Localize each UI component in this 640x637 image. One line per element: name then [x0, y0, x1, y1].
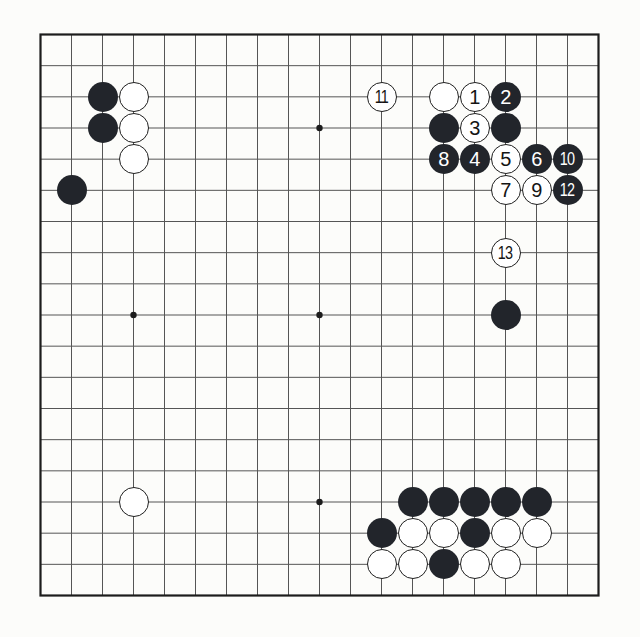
board-intersection: 7 — [490, 175, 521, 206]
board-intersection: 9 — [521, 175, 552, 206]
black-stone — [491, 487, 521, 517]
board-intersection — [56, 175, 87, 206]
move-number-label: 1 — [469, 86, 480, 106]
black-stone — [429, 487, 459, 517]
board-intersection: 3 — [459, 112, 490, 143]
move-number-label: 2 — [500, 86, 511, 106]
board-intersection — [428, 486, 459, 517]
black-stone — [460, 518, 490, 548]
white-stone — [491, 549, 521, 579]
white-stone — [398, 549, 428, 579]
white-stone-move-7: 7 — [491, 175, 521, 205]
white-stone — [398, 518, 428, 548]
black-stone — [398, 487, 428, 517]
black-stone — [367, 518, 397, 548]
black-stone — [429, 113, 459, 143]
white-stone-move-11: 11 — [367, 82, 397, 112]
board-intersection — [490, 518, 521, 549]
board-intersection — [521, 518, 552, 549]
white-stone-move-3: 3 — [460, 113, 490, 143]
black-stone — [491, 300, 521, 330]
move-number-label: 7 — [500, 180, 511, 200]
go-diagram-page: 11123845610791213 — [0, 0, 640, 637]
white-stone — [119, 82, 149, 112]
board-intersection — [428, 81, 459, 112]
white-stone — [119, 487, 149, 517]
board-intersection — [118, 81, 149, 112]
white-stone — [522, 518, 552, 548]
white-stone — [460, 549, 490, 579]
go-board: 11123845610791213 — [25, 19, 614, 611]
board-intersection — [490, 549, 521, 580]
board-intersection — [428, 112, 459, 143]
white-stone — [119, 144, 149, 174]
black-stone-move-6: 6 — [522, 144, 552, 174]
board-intersection: 12 — [552, 175, 583, 206]
move-number-label: 5 — [500, 149, 511, 169]
board-intersection — [397, 486, 428, 517]
black-stone-move-4: 4 — [460, 144, 490, 174]
board-intersection — [118, 112, 149, 143]
board-intersection — [87, 81, 118, 112]
board-intersection: 10 — [552, 144, 583, 175]
black-stone — [522, 487, 552, 517]
move-number-label: 9 — [531, 180, 542, 200]
black-stone — [88, 82, 118, 112]
move-number-label: 3 — [469, 118, 480, 138]
move-number-label: 12 — [560, 181, 574, 199]
white-stone — [429, 518, 459, 548]
move-number-label: 11 — [375, 87, 388, 105]
board-intersection: 13 — [490, 237, 521, 268]
board-intersection — [490, 486, 521, 517]
black-stone — [491, 113, 521, 143]
move-number-label: 4 — [469, 149, 480, 169]
board-intersection — [366, 549, 397, 580]
board-intersection: 1 — [459, 81, 490, 112]
black-stone — [57, 175, 87, 205]
move-number-label: 10 — [560, 150, 574, 168]
black-stone — [460, 487, 490, 517]
board-intersection — [428, 549, 459, 580]
white-stone-move-9: 9 — [522, 175, 552, 205]
board-intersection — [118, 486, 149, 517]
white-stone — [491, 518, 521, 548]
board-intersection: 8 — [428, 144, 459, 175]
board-intersection — [459, 518, 490, 549]
board-intersection — [397, 518, 428, 549]
white-stone-move-5: 5 — [491, 144, 521, 174]
white-stone-move-1: 1 — [460, 82, 490, 112]
white-stone — [367, 549, 397, 579]
move-number-label: 6 — [531, 149, 542, 169]
black-stone — [88, 113, 118, 143]
white-stone — [429, 82, 459, 112]
board-intersection — [490, 299, 521, 330]
board-intersection — [397, 549, 428, 580]
board-intersection — [428, 518, 459, 549]
move-number-label: 8 — [438, 149, 449, 169]
black-stone-move-2: 2 — [491, 82, 521, 112]
black-stone-move-8: 8 — [429, 144, 459, 174]
white-stone-move-13: 13 — [491, 238, 521, 268]
board-intersection — [118, 144, 149, 175]
board-intersection: 2 — [490, 81, 521, 112]
board-intersection: 6 — [521, 144, 552, 175]
board-intersection — [87, 112, 118, 143]
white-stone — [119, 113, 149, 143]
black-stone-move-12: 12 — [553, 175, 583, 205]
board-intersection: 4 — [459, 144, 490, 175]
black-stone — [429, 549, 459, 579]
board-intersection — [521, 486, 552, 517]
board-intersection — [366, 518, 397, 549]
board-intersection — [490, 112, 521, 143]
black-stone-move-10: 10 — [553, 144, 583, 174]
move-number-label: 13 — [498, 243, 512, 261]
board-intersection — [459, 549, 490, 580]
board-intersection: 5 — [490, 144, 521, 175]
board-intersection: 11 — [366, 81, 397, 112]
board-intersection — [459, 486, 490, 517]
